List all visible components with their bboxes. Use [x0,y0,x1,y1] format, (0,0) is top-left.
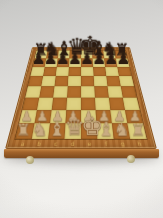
piece-white-knight[interactable]: ♞ [32,121,48,139]
piece-black-pawn[interactable]: ♟ [115,51,133,66]
board-grid[interactable]: ♜♞♝♛♚♝♞♜♟♟♟♟♟♟♟♟♟♟♟♟♟♟♟♟♜♞♝♛♚♝♞♜ [15,51,146,139]
square-a4[interactable] [25,86,41,97]
file-label: g [114,139,132,148]
piece-white-rook[interactable]: ♜ [130,123,146,139]
square-g5[interactable] [106,76,120,86]
square-c1[interactable]: ♝ [48,124,65,139]
square-g1[interactable]: ♞ [112,124,130,139]
square-b6[interactable] [43,67,57,76]
file-labels: abcdefgh [13,139,149,148]
square-e1[interactable]: ♚ [81,124,97,139]
file-label: c [47,139,64,148]
square-h5[interactable] [119,76,134,86]
photo-backdrop: ♜♞♝♛♚♝♞♜♟♟♟♟♟♟♟♟♟♟♟♟♟♟♟♟♜♞♝♛♚♝♞♜ abcdefg… [0,0,163,218]
square-f5[interactable] [94,76,108,86]
piece-white-bishop[interactable]: ♝ [48,120,64,139]
piece-white-queen[interactable]: ♛ [65,117,81,139]
brass-foot-right-icon [127,155,135,163]
square-c6[interactable] [56,67,69,76]
file-label: e [81,139,98,148]
chess-board[interactable]: ♜♞♝♛♚♝♞♜♟♟♟♟♟♟♟♟♟♟♟♟♟♟♟♟♜♞♝♛♚♝♞♜ abcdefg… [5,47,157,149]
piece-white-rook[interactable]: ♜ [15,123,31,139]
square-d5[interactable] [68,76,81,86]
square-b5[interactable] [41,76,55,86]
square-f6[interactable] [93,67,106,76]
square-h7[interactable]: ♟ [116,58,130,66]
file-label: a [13,139,32,148]
file-label: b [30,139,48,148]
square-e4[interactable] [81,86,95,97]
file-label: d [64,139,81,148]
piece-white-knight[interactable]: ♞ [114,121,130,139]
square-c5[interactable] [54,76,68,86]
square-f1[interactable]: ♝ [96,124,113,139]
piece-white-king[interactable]: ♚ [81,114,97,139]
square-h6[interactable] [117,67,131,76]
file-label: h [130,139,149,148]
brass-foot-left-icon [26,156,34,164]
square-a5[interactable] [28,76,43,86]
square-d4[interactable] [67,86,81,97]
square-e6[interactable] [81,67,94,76]
square-b4[interactable] [39,86,54,97]
file-label: f [97,139,114,148]
square-h1[interactable]: ♜ [127,124,146,139]
square-f4[interactable] [94,86,109,97]
square-d1[interactable]: ♛ [65,124,81,139]
square-c4[interactable] [53,86,68,97]
board-scene: ♜♞♝♛♚♝♞♜♟♟♟♟♟♟♟♟♟♟♟♟♟♟♟♟♜♞♝♛♚♝♞♜ abcdefg… [5,0,157,149]
square-e5[interactable] [81,76,94,86]
square-d6[interactable] [68,67,81,76]
square-h4[interactable] [121,86,137,97]
piece-white-bishop[interactable]: ♝ [97,120,113,139]
